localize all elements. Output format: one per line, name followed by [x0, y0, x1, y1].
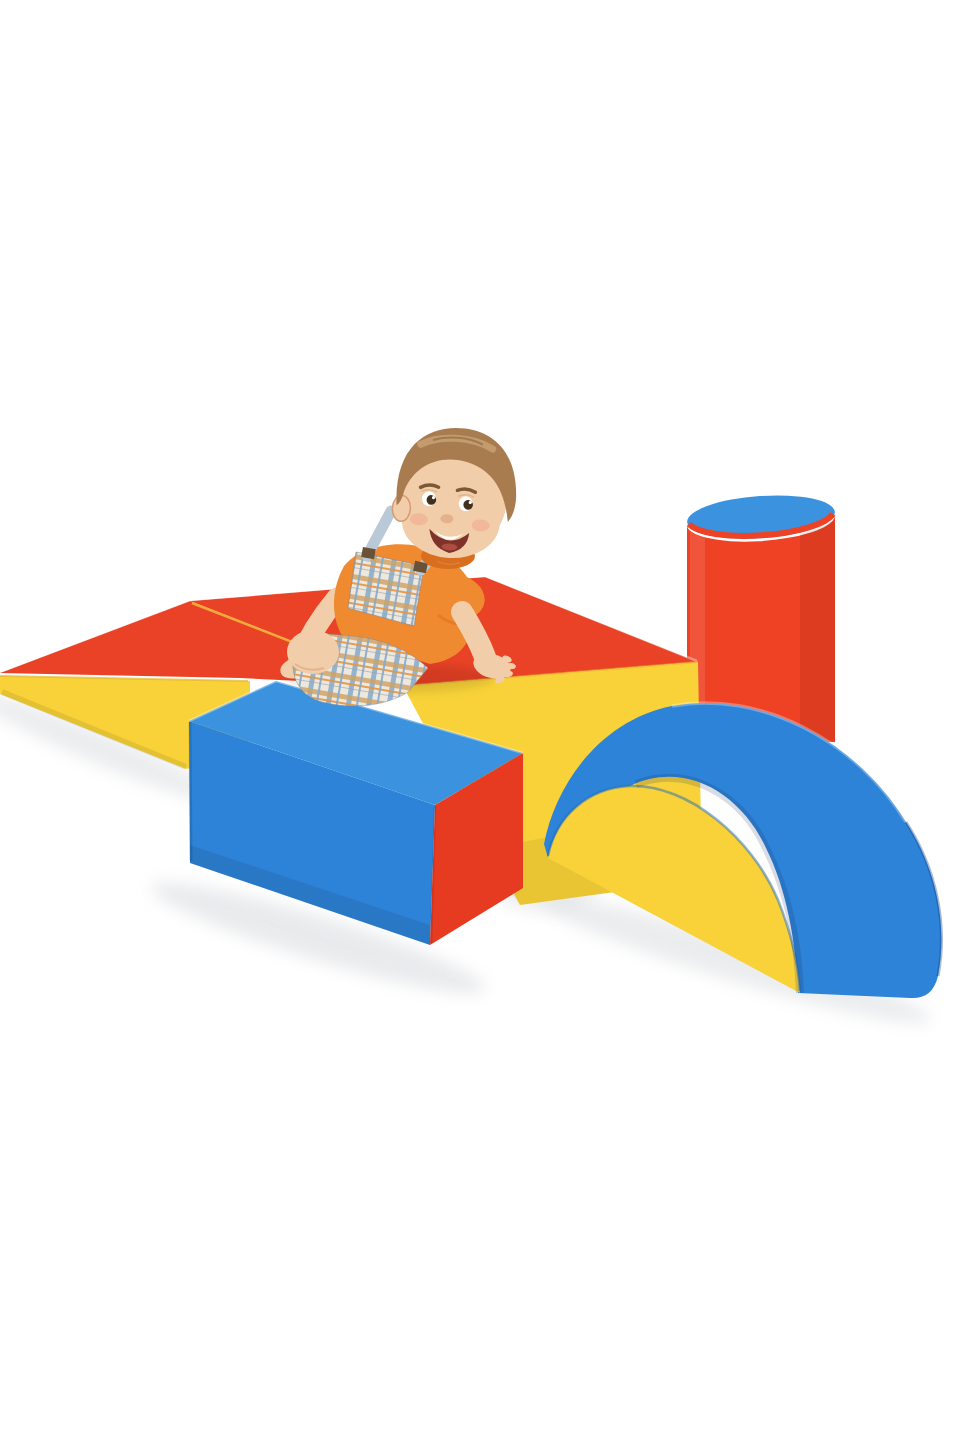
cylinder-shade [800, 522, 835, 740]
baby-knee [287, 630, 339, 674]
baby [278, 425, 520, 706]
step-block-left-edge [190, 722, 191, 861]
product-photo [0, 0, 960, 1440]
half-cylinder-arch [544, 703, 941, 998]
baby-ear [392, 495, 411, 522]
foam-block-scene [0, 0, 960, 1440]
